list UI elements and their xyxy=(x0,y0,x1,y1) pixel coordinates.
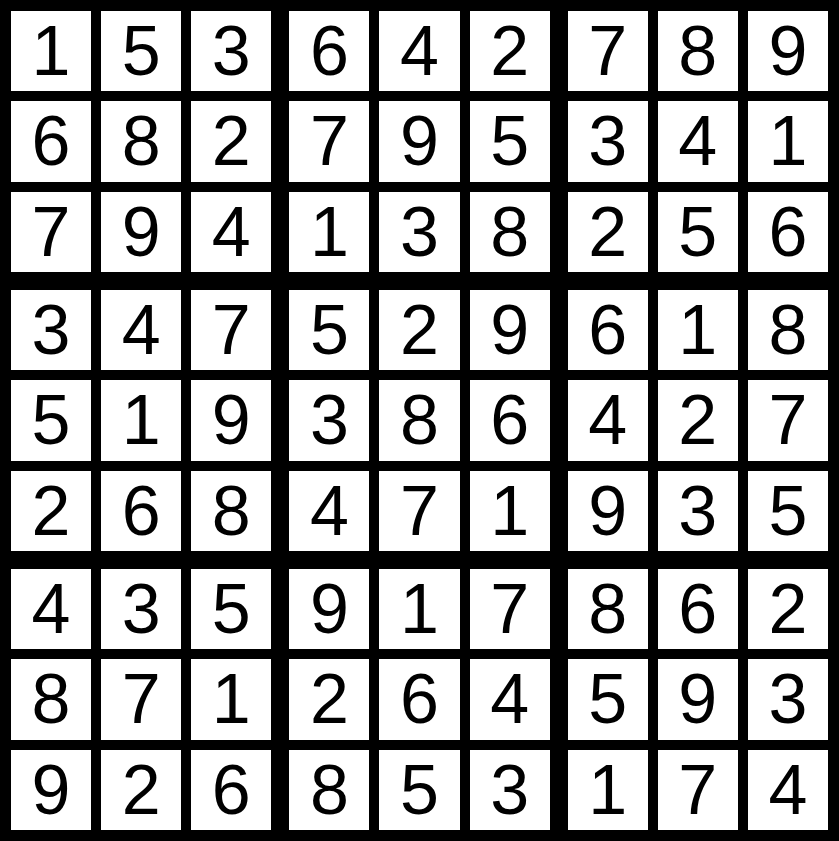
sudoku-cell[interactable]: 8 xyxy=(101,101,181,181)
sudoku-box: 347519268 xyxy=(11,290,271,551)
sudoku-cell[interactable]: 2 xyxy=(470,11,550,91)
sudoku-cell[interactable]: 7 xyxy=(11,192,91,272)
sudoku-cell[interactable]: 7 xyxy=(658,750,738,830)
sudoku-cell[interactable]: 6 xyxy=(568,290,648,370)
sudoku-cell[interactable]: 8 xyxy=(379,380,459,460)
sudoku-cell[interactable]: 9 xyxy=(470,290,550,370)
sudoku-cell[interactable]: 3 xyxy=(191,11,271,91)
sudoku-cell[interactable]: 5 xyxy=(379,750,459,830)
sudoku-cell[interactable]: 8 xyxy=(289,750,369,830)
sudoku-cell[interactable]: 7 xyxy=(470,569,550,649)
sudoku-cell[interactable]: 2 xyxy=(568,192,648,272)
sudoku-cell[interactable]: 2 xyxy=(379,290,459,370)
sudoku-cell[interactable]: 9 xyxy=(379,101,459,181)
sudoku-cell[interactable]: 6 xyxy=(191,750,271,830)
sudoku-cell[interactable]: 1 xyxy=(11,11,91,91)
sudoku-cell[interactable]: 7 xyxy=(748,380,828,460)
sudoku-cell[interactable]: 7 xyxy=(289,101,369,181)
sudoku-cell[interactable]: 8 xyxy=(658,11,738,91)
sudoku-cell[interactable]: 5 xyxy=(101,11,181,91)
sudoku-cell[interactable]: 9 xyxy=(289,569,369,649)
sudoku-cell[interactable]: 4 xyxy=(101,290,181,370)
sudoku-box: 642795138 xyxy=(289,11,549,272)
sudoku-cell[interactable]: 5 xyxy=(748,471,828,551)
sudoku-cell[interactable]: 1 xyxy=(470,471,550,551)
sudoku-cell[interactable]: 4 xyxy=(568,380,648,460)
sudoku-cell[interactable]: 9 xyxy=(568,471,648,551)
sudoku-cell[interactable]: 3 xyxy=(379,192,459,272)
sudoku-cell[interactable]: 8 xyxy=(568,569,648,649)
sudoku-cell[interactable]: 5 xyxy=(191,569,271,649)
sudoku-cell[interactable]: 3 xyxy=(11,290,91,370)
sudoku-cell[interactable]: 4 xyxy=(191,192,271,272)
sudoku-cell[interactable]: 4 xyxy=(379,11,459,91)
sudoku-box: 529386471 xyxy=(289,290,549,551)
sudoku-cell[interactable]: 2 xyxy=(748,569,828,649)
sudoku-cell[interactable]: 1 xyxy=(101,380,181,460)
sudoku-cell[interactable]: 8 xyxy=(748,290,828,370)
sudoku-cell[interactable]: 2 xyxy=(11,471,91,551)
sudoku-cell[interactable]: 6 xyxy=(379,659,459,739)
sudoku-cell[interactable]: 5 xyxy=(289,290,369,370)
sudoku-cell[interactable]: 7 xyxy=(191,290,271,370)
sudoku-cell[interactable]: 8 xyxy=(191,471,271,551)
sudoku-cell[interactable]: 3 xyxy=(470,750,550,830)
sudoku-cell[interactable]: 1 xyxy=(568,750,648,830)
sudoku-cell[interactable]: 3 xyxy=(568,101,648,181)
sudoku-cell[interactable]: 6 xyxy=(289,11,369,91)
sudoku-cell[interactable]: 5 xyxy=(658,192,738,272)
sudoku-board: 1536827946427951387893412563475192685293… xyxy=(0,0,839,841)
sudoku-cell[interactable]: 9 xyxy=(748,11,828,91)
sudoku-cell[interactable]: 4 xyxy=(470,659,550,739)
sudoku-cell[interactable]: 5 xyxy=(11,380,91,460)
sudoku-cell[interactable]: 4 xyxy=(658,101,738,181)
sudoku-cell[interactable]: 1 xyxy=(658,290,738,370)
sudoku-cell[interactable]: 9 xyxy=(658,659,738,739)
sudoku-box: 917264853 xyxy=(289,569,549,830)
sudoku-cell[interactable]: 1 xyxy=(379,569,459,649)
sudoku-box: 618427935 xyxy=(568,290,828,551)
sudoku-box: 789341256 xyxy=(568,11,828,272)
sudoku-cell[interactable]: 7 xyxy=(379,471,459,551)
sudoku-box: 435871926 xyxy=(11,569,271,830)
sudoku-cell[interactable]: 7 xyxy=(101,659,181,739)
sudoku-cell[interactable]: 1 xyxy=(289,192,369,272)
sudoku-cell[interactable]: 9 xyxy=(191,380,271,460)
sudoku-cell[interactable]: 3 xyxy=(748,659,828,739)
sudoku-cell[interactable]: 3 xyxy=(101,569,181,649)
sudoku-cell[interactable]: 6 xyxy=(748,192,828,272)
sudoku-cell[interactable]: 6 xyxy=(11,101,91,181)
sudoku-cell[interactable]: 1 xyxy=(191,659,271,739)
sudoku-cell[interactable]: 6 xyxy=(658,569,738,649)
sudoku-cell[interactable]: 1 xyxy=(748,101,828,181)
sudoku-cell[interactable]: 4 xyxy=(748,750,828,830)
sudoku-cell[interactable]: 3 xyxy=(658,471,738,551)
sudoku-cell[interactable]: 8 xyxy=(470,192,550,272)
sudoku-cell[interactable]: 5 xyxy=(470,101,550,181)
sudoku-box: 862593174 xyxy=(568,569,828,830)
sudoku-cell[interactable]: 8 xyxy=(11,659,91,739)
sudoku-cell[interactable]: 9 xyxy=(101,192,181,272)
sudoku-cell[interactable]: 2 xyxy=(191,101,271,181)
sudoku-cell[interactable]: 2 xyxy=(101,750,181,830)
sudoku-cell[interactable]: 5 xyxy=(568,659,648,739)
sudoku-cell[interactable]: 7 xyxy=(568,11,648,91)
sudoku-cell[interactable]: 3 xyxy=(289,380,369,460)
sudoku-cell[interactable]: 2 xyxy=(289,659,369,739)
sudoku-cell[interactable]: 6 xyxy=(470,380,550,460)
sudoku-cell[interactable]: 6 xyxy=(101,471,181,551)
sudoku-box: 153682794 xyxy=(11,11,271,272)
sudoku-cell[interactable]: 4 xyxy=(11,569,91,649)
sudoku-cell[interactable]: 4 xyxy=(289,471,369,551)
sudoku-cell[interactable]: 2 xyxy=(658,380,738,460)
sudoku-cell[interactable]: 9 xyxy=(11,750,91,830)
